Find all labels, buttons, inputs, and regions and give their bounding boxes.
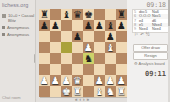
piece-white-pawn[interactable]: ♟ [39,75,50,86]
square-h8[interactable]: ♜ [116,9,127,20]
square-a7[interactable]: ♟ [39,20,50,31]
player-name: Anonymous [7,32,29,37]
square-e7[interactable]: ♟ [83,20,94,31]
square-e6[interactable] [83,31,94,42]
piece-white-knight[interactable]: ♞ [105,86,116,97]
black-clock: 09:18 [146,1,166,9]
square-a2[interactable]: ♟ [39,75,50,86]
square-f6[interactable] [94,31,105,42]
square-b1[interactable] [50,86,61,97]
square-d3[interactable] [72,64,83,75]
square-d1[interactable]: ♜ [72,86,83,97]
piece-black-bishop[interactable]: ♝ [105,20,116,31]
game-info: 10+0 • Casual Blitz [2,13,34,23]
analysis-board-link[interactable]: ⚙Analysis board [134,61,165,66]
clock-setup-icon [2,14,6,18]
piece-black-pawn[interactable]: ♟ [50,20,61,31]
player-name: Anonymous [7,25,29,30]
chat-room-label: Chat room [2,95,21,100]
piece-white-rook[interactable]: ♜ [116,86,127,97]
square-d8[interactable]: ♛ [72,9,83,20]
piece-black-pawn[interactable]: ♟ [39,20,50,31]
square-h5[interactable] [116,42,127,53]
move-list[interactable]: 5dxc5Na66O-O-ONxc57e4d68e5Nfxe49Nxe4Nxe4 [132,9,169,33]
square-e5[interactable]: ♟ [83,42,94,53]
move-black[interactable]: Nxe4 [152,27,165,31]
replay-controls: «‹›» [39,97,127,102]
piece-black-rook[interactable]: ♜ [116,9,127,20]
player-row[interactable]: Anonymous [2,32,29,38]
sidebar-divider [35,0,36,102]
action-icon-row: ⚐↶½ [134,32,152,37]
square-f2[interactable]: ♟ [94,75,105,86]
square-h2[interactable]: ♟ [116,75,127,86]
game-side-panel: 09:18 5dxc5Na66O-O-ONxc57e4d68e5Nfxe49Nx… [127,0,170,102]
square-b8[interactable] [50,9,61,20]
square-g8[interactable] [105,9,116,20]
square-c3[interactable] [61,64,72,75]
square-g4[interactable] [105,53,116,64]
square-h7[interactable]: ♟ [116,20,127,31]
piece-black-pawn[interactable]: ♟ [105,31,116,42]
piece-white-queen[interactable]: ♛ [72,75,83,86]
square-a6[interactable] [39,31,50,42]
square-c6[interactable] [61,31,72,42]
square-h3[interactable] [116,64,127,75]
square-h4[interactable] [116,53,127,64]
move-white[interactable]: Nxe4 [139,27,152,31]
white-clock: 09:11 [145,70,166,78]
move-row: 9Nxe4Nxe4 [133,27,168,31]
square-d7[interactable] [72,20,83,31]
player-icon [2,26,5,29]
piece-black-rook[interactable]: ♜ [39,9,50,20]
square-g6[interactable]: ♟ [105,31,116,42]
chess-board: ♜♝♛♚♜♟♟♟♟♝♟♟♟♟♝♞♟♟♟♛♟♟♟♚♜♝♞♜ [39,9,127,97]
piece-black-pawn[interactable]: ♟ [72,31,83,42]
square-f7[interactable]: ♟ [94,20,105,31]
site-logo[interactable]: lichess.org [2,2,28,8]
square-f4[interactable] [94,53,105,64]
piece-black-queen[interactable]: ♛ [72,9,83,20]
square-g2[interactable]: ♟ [105,75,116,86]
square-c5[interactable] [61,42,72,53]
square-e8[interactable]: ♚ [83,9,94,20]
square-f8[interactable] [94,9,105,20]
square-c7[interactable] [61,20,72,31]
square-d5[interactable] [72,42,83,53]
offer-draw-button[interactable]: Offer draw [133,44,168,52]
analysis-label: Analysis board [139,61,165,66]
square-c1[interactable]: ♚ [61,86,72,97]
piece-white-pawn[interactable]: ♟ [94,75,105,86]
square-h1[interactable]: ♜ [116,86,127,97]
resign-button[interactable]: Resign [133,52,168,60]
square-g3[interactable] [105,64,116,75]
piece-black-pawn[interactable]: ♟ [83,20,94,31]
replay-last-button[interactable]: » [87,97,92,102]
square-f5[interactable] [94,42,105,53]
piece-black-knight[interactable]: ♞ [83,53,94,64]
square-a3[interactable] [39,64,50,75]
gear-icon: ⚙ [134,61,138,66]
player-row[interactable]: Anonymous [2,25,29,31]
piece-white-pawn[interactable]: ♟ [105,75,116,86]
piece-white-bishop[interactable]: ♝ [94,86,105,97]
player-list: AnonymousAnonymous [2,25,29,38]
square-a4[interactable] [39,53,50,64]
sidebar: lichess.org 10+0 • Casual Blitz Anonymou… [0,0,36,102]
piece-white-pawn[interactable]: ♟ [83,42,94,53]
square-b7[interactable]: ♟ [50,20,61,31]
square-a5[interactable] [39,42,50,53]
square-c2[interactable]: ♟ [61,75,72,86]
square-e1[interactable] [83,86,94,97]
square-g5[interactable]: ♝ [105,42,116,53]
piece-black-pawn[interactable]: ♟ [116,20,127,31]
piece-black-king[interactable]: ♚ [83,9,94,20]
piece-black-pawn[interactable]: ♟ [94,20,105,31]
square-b3[interactable] [50,64,61,75]
square-d6[interactable]: ♟ [72,31,83,42]
square-h6[interactable] [116,31,127,42]
square-g1[interactable]: ♞ [105,86,116,97]
square-e4[interactable]: ♞ [83,53,94,64]
square-b4[interactable] [50,53,61,64]
piece-white-pawn[interactable]: ♟ [116,75,127,86]
square-e3[interactable] [83,64,94,75]
lichess-game-page: lichess.org 10+0 • Casual Blitz Anonymou… [0,0,170,102]
square-e2[interactable] [83,75,94,86]
square-b6[interactable] [50,31,61,42]
piece-white-bishop[interactable]: ♝ [105,42,116,53]
square-f3[interactable] [94,64,105,75]
square-c4[interactable] [61,53,72,64]
piece-white-rook[interactable]: ♜ [72,86,83,97]
square-b2[interactable]: ♟ [50,75,61,86]
square-a1[interactable] [39,86,50,97]
window-scrollbar[interactable] [168,0,171,102]
square-d2[interactable]: ♛ [72,75,83,86]
square-g7[interactable]: ♝ [105,20,116,31]
square-b5[interactable] [50,42,61,53]
piece-black-bishop[interactable]: ♝ [61,9,72,20]
square-a8[interactable]: ♜ [39,9,50,20]
piece-white-pawn[interactable]: ♟ [50,75,61,86]
square-f1[interactable]: ♝ [94,86,105,97]
player-icon [2,33,5,36]
square-d4[interactable] [72,53,83,64]
game-info-line2: Blitz [8,18,34,23]
square-c8[interactable]: ♝ [61,9,72,20]
window-scrollbar-thumb[interactable] [168,0,171,26]
piece-white-king[interactable]: ♚ [61,86,72,97]
piece-white-pawn[interactable]: ♟ [61,75,72,86]
draw-half-icon[interactable]: ½ [146,32,152,37]
